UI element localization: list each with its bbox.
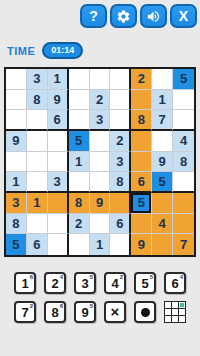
digit-count-badge: 4 bbox=[60, 274, 63, 280]
filled-circle-icon bbox=[141, 308, 150, 317]
keypad-digit-label: 7 bbox=[21, 306, 28, 319]
sudoku-app: ? X TIME 01:14 3125892163879524139813865… bbox=[0, 0, 200, 356]
cell-r1c4[interactable] bbox=[69, 69, 90, 90]
cell-r8c1[interactable]: 8 bbox=[6, 214, 27, 235]
cell-r1c2[interactable]: 3 bbox=[27, 69, 48, 90]
cell-r3c7[interactable]: 8 bbox=[131, 110, 152, 131]
cell-r7c4[interactable]: 8 bbox=[69, 193, 90, 214]
keypad-row-2: 728695× bbox=[0, 301, 200, 323]
keypad-digit-label: 4 bbox=[111, 277, 118, 290]
cell-r7c3[interactable] bbox=[48, 193, 69, 214]
cell-r6c6[interactable]: 8 bbox=[110, 172, 131, 193]
cell-r9c5[interactable]: 1 bbox=[90, 234, 111, 255]
x-icon: X bbox=[179, 9, 188, 23]
cell-r8c7[interactable] bbox=[131, 214, 152, 235]
cell-r6c9[interactable] bbox=[173, 172, 194, 193]
keypad-digit-9[interactable]: 95 bbox=[74, 301, 96, 323]
cell-r1c9[interactable]: 5 bbox=[173, 69, 194, 90]
cell-r4c8[interactable] bbox=[152, 131, 173, 152]
cell-r6c2[interactable] bbox=[27, 172, 48, 193]
cell-r3c1[interactable] bbox=[6, 110, 27, 131]
cell-r3c6[interactable] bbox=[110, 110, 131, 131]
cell-r6c1[interactable]: 1 bbox=[6, 172, 27, 193]
cell-r5c6[interactable]: 3 bbox=[110, 152, 131, 173]
cell-r2c9[interactable] bbox=[173, 90, 194, 111]
keypad-digit-6[interactable]: 64 bbox=[164, 272, 186, 294]
cell-r2c1[interactable] bbox=[6, 90, 27, 111]
cell-r4c7[interactable] bbox=[131, 131, 152, 152]
digit-count-badge: 6 bbox=[30, 274, 33, 280]
keypad-digit-label: 8 bbox=[51, 306, 58, 319]
cell-r4c4[interactable]: 5 bbox=[69, 131, 90, 152]
keypad-digit-5[interactable]: 55 bbox=[134, 272, 156, 294]
grid-icon bbox=[164, 301, 186, 323]
cell-r7c6[interactable] bbox=[110, 193, 131, 214]
keypad-digit-label: 9 bbox=[81, 306, 88, 319]
cell-r8c4[interactable]: 2 bbox=[69, 214, 90, 235]
keypad-digit-2[interactable]: 24 bbox=[44, 272, 66, 294]
cell-r3c4[interactable] bbox=[69, 110, 90, 131]
cell-r1c3[interactable]: 1 bbox=[48, 69, 69, 90]
cell-r8c9[interactable] bbox=[173, 214, 194, 235]
cell-r6c3[interactable]: 3 bbox=[48, 172, 69, 193]
cell-r8c3[interactable] bbox=[48, 214, 69, 235]
cell-r1c6[interactable] bbox=[110, 69, 131, 90]
cell-r1c8[interactable] bbox=[152, 69, 173, 90]
cell-r7c5[interactable]: 9 bbox=[90, 193, 111, 214]
cell-r7c9[interactable] bbox=[173, 193, 194, 214]
cell-r9c8[interactable] bbox=[152, 234, 173, 255]
digit-count-badge: 4 bbox=[180, 274, 183, 280]
digit-count-badge: 5 bbox=[90, 274, 93, 280]
cell-r4c2[interactable] bbox=[27, 131, 48, 152]
cell-r3c3[interactable]: 6 bbox=[48, 110, 69, 131]
cell-r9c3[interactable] bbox=[48, 234, 69, 255]
cell-r6c7[interactable]: 6 bbox=[131, 172, 152, 193]
sudoku-board: 312589216387952413981386531895826456197 bbox=[4, 67, 196, 257]
timer-label: TIME bbox=[7, 45, 35, 57]
cell-r9c6[interactable] bbox=[110, 234, 131, 255]
help-button[interactable]: ? bbox=[80, 4, 107, 28]
cell-r2c8[interactable]: 1 bbox=[152, 90, 173, 111]
keypad-digit-label: 5 bbox=[141, 277, 148, 290]
cell-r4c1[interactable]: 9 bbox=[6, 131, 27, 152]
keypad-row-1: 162435425564 bbox=[0, 272, 200, 294]
cell-r5c1[interactable] bbox=[6, 152, 27, 173]
gear-icon bbox=[116, 9, 131, 24]
speaker-icon bbox=[146, 9, 161, 24]
timer-value: 01:14 bbox=[42, 42, 83, 59]
cell-r9c2[interactable]: 6 bbox=[27, 234, 48, 255]
cell-r4c3[interactable] bbox=[48, 131, 69, 152]
cell-r6c4[interactable] bbox=[69, 172, 90, 193]
cell-r6c5[interactable] bbox=[90, 172, 111, 193]
erase-x-icon: × bbox=[111, 304, 120, 319]
cell-r1c7[interactable]: 2 bbox=[131, 69, 152, 90]
cell-r3c5[interactable]: 3 bbox=[90, 110, 111, 131]
digit-count-badge: 6 bbox=[60, 303, 63, 309]
cell-r5c2[interactable] bbox=[27, 152, 48, 173]
cell-r8c6[interactable]: 6 bbox=[110, 214, 131, 235]
cell-r5c8[interactable]: 9 bbox=[152, 152, 173, 173]
cell-r1c1[interactable] bbox=[6, 69, 27, 90]
question-mark-icon: ? bbox=[89, 9, 98, 23]
digit-count-badge: 2 bbox=[120, 274, 123, 280]
cell-r5c9[interactable]: 8 bbox=[173, 152, 194, 173]
keypad: 162435425564 728695× bbox=[0, 272, 200, 330]
cell-r7c1[interactable]: 3 bbox=[6, 193, 27, 214]
cell-r8c5[interactable] bbox=[90, 214, 111, 235]
cell-r9c1[interactable]: 5 bbox=[6, 234, 27, 255]
erase-button[interactable]: × bbox=[104, 301, 126, 323]
timer: TIME 01:14 bbox=[7, 42, 83, 59]
keypad-digit-label: 3 bbox=[81, 277, 88, 290]
cell-r2c2[interactable]: 8 bbox=[27, 90, 48, 111]
keypad-digit-label: 2 bbox=[51, 277, 58, 290]
cell-r9c4[interactable] bbox=[69, 234, 90, 255]
toolbar: ? X bbox=[80, 4, 197, 28]
cell-r4c9[interactable]: 4 bbox=[173, 131, 194, 152]
digit-count-badge: 5 bbox=[90, 303, 93, 309]
cell-r3c9[interactable] bbox=[173, 110, 194, 131]
pencil-marks-button[interactable] bbox=[134, 301, 156, 323]
keypad-digit-8[interactable]: 86 bbox=[44, 301, 66, 323]
keypad-digit-7[interactable]: 72 bbox=[14, 301, 36, 323]
keypad-digit-1[interactable]: 16 bbox=[14, 272, 36, 294]
settings-button[interactable] bbox=[110, 4, 137, 28]
keypad-digit-4[interactable]: 42 bbox=[104, 272, 126, 294]
cell-r4c6[interactable]: 2 bbox=[110, 131, 131, 152]
close-button[interactable]: X bbox=[170, 4, 197, 28]
cell-r7c7[interactable]: 5 bbox=[131, 193, 152, 214]
cell-r8c2[interactable] bbox=[27, 214, 48, 235]
cell-r9c9[interactable]: 7 bbox=[173, 234, 194, 255]
cell-r5c5[interactable] bbox=[90, 152, 111, 173]
cell-r5c7[interactable] bbox=[131, 152, 152, 173]
digit-count-badge: 5 bbox=[150, 274, 153, 280]
cell-r7c2[interactable]: 1 bbox=[27, 193, 48, 214]
keypad-digit-label: 6 bbox=[171, 277, 178, 290]
cell-r3c8[interactable]: 7 bbox=[152, 110, 173, 131]
cell-r2c6[interactable] bbox=[110, 90, 131, 111]
sound-button[interactable] bbox=[140, 4, 167, 28]
grid-hint-button[interactable] bbox=[164, 301, 186, 323]
cell-r9c7[interactable]: 9 bbox=[131, 234, 152, 255]
cell-r4c5[interactable] bbox=[90, 131, 111, 152]
cell-r2c3[interactable]: 9 bbox=[48, 90, 69, 111]
cell-r6c8[interactable]: 5 bbox=[152, 172, 173, 193]
keypad-digit-3[interactable]: 35 bbox=[74, 272, 96, 294]
cell-r2c4[interactable] bbox=[69, 90, 90, 111]
cell-r5c3[interactable] bbox=[48, 152, 69, 173]
cell-r5c4[interactable]: 1 bbox=[69, 152, 90, 173]
cell-r7c8[interactable] bbox=[152, 193, 173, 214]
cell-r2c7[interactable] bbox=[131, 90, 152, 111]
keypad-digit-label: 1 bbox=[21, 277, 28, 290]
digit-count-badge: 2 bbox=[30, 303, 33, 309]
cell-r1c5[interactable] bbox=[90, 69, 111, 90]
cell-r8c8[interactable]: 4 bbox=[152, 214, 173, 235]
cell-r3c2[interactable] bbox=[27, 110, 48, 131]
cell-r2c5[interactable]: 2 bbox=[90, 90, 111, 111]
